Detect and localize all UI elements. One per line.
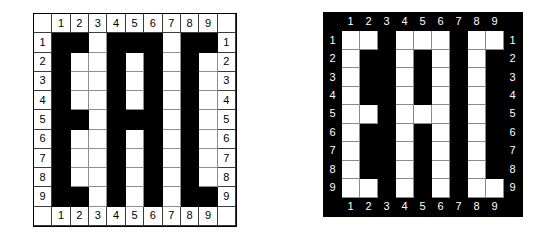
left-board-cell-r2c4-black[interactable]	[107, 53, 125, 72]
left-board-row-label-left-7: 7	[34, 149, 52, 168]
right-board-cell-r7c9-black[interactable]	[486, 142, 504, 160]
right-board-cell-r4c5-black[interactable]	[414, 87, 432, 105]
right-board-cell-r9c3-black[interactable]	[378, 179, 396, 197]
left-board-col-label-bottom-6: 6	[144, 207, 162, 226]
right-board-cell-r6c4-white[interactable]	[396, 124, 414, 142]
left-board-cell-r8c2-white[interactable]	[71, 168, 89, 187]
left-board-cell-r1c9-black[interactable]	[199, 33, 217, 52]
left-board-cell-r4c3-white[interactable]	[89, 91, 107, 110]
right-board-row-label-right-8: 8	[504, 161, 522, 179]
left-board-cell-r6c5-white[interactable]	[126, 130, 144, 149]
right-board-cell-r7c5-black[interactable]	[414, 142, 432, 160]
left-board-cell-r3c3-white[interactable]	[89, 72, 107, 91]
right-board-cell-r1c8-white[interactable]	[468, 31, 486, 49]
left-board-col-label-top-5: 5	[126, 14, 144, 33]
right-board-corner-bottom-left	[324, 198, 342, 216]
left-board-cell-r6c7-white[interactable]	[163, 130, 181, 149]
right-board-cell-r4c4-white[interactable]	[396, 87, 414, 105]
left-board-cell-r3c1-black[interactable]	[52, 72, 70, 91]
left-board-cell-r3c4-black[interactable]	[107, 72, 125, 91]
right-board-cell-r3c8-white[interactable]	[468, 68, 486, 86]
left-board-corner-bottom-right	[218, 207, 236, 226]
left-board-cell-r7c5-white[interactable]	[126, 149, 144, 168]
right-board-row-label-left-2: 2	[324, 50, 342, 68]
right-board-cell-r5c9-black[interactable]	[486, 105, 504, 123]
right-board-row-label-right-7: 7	[504, 142, 522, 160]
left-board-row-label-right-8: 8	[218, 168, 236, 187]
right-board-cell-r9c4-white[interactable]	[396, 179, 414, 197]
left-board-row-label-right-4: 4	[218, 91, 236, 110]
right-board-cell-r2c3-black[interactable]	[378, 50, 396, 68]
right-board-cell-r2c5-black[interactable]	[414, 50, 432, 68]
left-board-corner-bottom-left	[34, 207, 52, 226]
right-board-cell-r4c6-white[interactable]	[432, 87, 450, 105]
left-board-cell-r5c9-white[interactable]	[199, 110, 217, 129]
right-board-cell-r9c1-white[interactable]	[342, 179, 360, 197]
right-board-cell-r5c2-white[interactable]	[360, 105, 378, 123]
right-board-row-label-left-3: 3	[324, 68, 342, 86]
left-board-row-label-right-3: 3	[218, 72, 236, 91]
left-board-col-label-top-1: 1	[52, 14, 70, 33]
right-board-cell-r5c5-white[interactable]	[414, 105, 432, 123]
left-board-col-label-bottom-5: 5	[126, 207, 144, 226]
right-board-cell-r1c9-white[interactable]	[486, 31, 504, 49]
left-board-cell-r4c5-white[interactable]	[126, 91, 144, 110]
right-board-cell-r5c7-black[interactable]	[450, 105, 468, 123]
right-board-cell-r6c7-black[interactable]	[450, 124, 468, 142]
left-board-cell-r1c4-black[interactable]	[107, 33, 125, 52]
left-board-row-label-left-5: 5	[34, 110, 52, 129]
left-board-cell-r4c6-black[interactable]	[144, 91, 162, 110]
right-board-cell-r7c2-black[interactable]	[360, 142, 378, 160]
left-board-cell-r2c8-black[interactable]	[181, 53, 199, 72]
left-board-cell-r6c4-black[interactable]	[107, 130, 125, 149]
right-board-cell-r9c9-white[interactable]	[486, 179, 504, 197]
left-board-cell-r6c3-white[interactable]	[89, 130, 107, 149]
right-board-col-label-top-6: 6	[432, 13, 450, 31]
right-board-cell-r6c9-black[interactable]	[486, 124, 504, 142]
right-board-cell-r7c8-white[interactable]	[468, 142, 486, 160]
left-board-cell-r8c3-white[interactable]	[89, 168, 107, 187]
right-board-cell-r8c9-black[interactable]	[486, 161, 504, 179]
right-board-row-label-right-3: 3	[504, 68, 522, 86]
right-board-cell-r2c2-black[interactable]	[360, 50, 378, 68]
left-board-cell-r1c7-white[interactable]	[163, 33, 181, 52]
right-board-cell-r5c6-white[interactable]	[432, 105, 450, 123]
left-board-cell-r5c2-black[interactable]	[71, 110, 89, 129]
left-board-cell-r5c3-white[interactable]	[89, 110, 107, 129]
left-board-row-label-left-4: 4	[34, 91, 52, 110]
left-board-cell-r6c6-black[interactable]	[144, 130, 162, 149]
right-board-row-label-left-7: 7	[324, 142, 342, 160]
left-board-cell-r4c8-black[interactable]	[181, 91, 199, 110]
left-grid-positive-eac: 123456789112233445566778899123456789	[33, 13, 237, 227]
left-board-cell-r9c8-black[interactable]	[181, 187, 199, 206]
right-board-cell-r4c2-black[interactable]	[360, 87, 378, 105]
left-board-cell-r8c8-black[interactable]	[181, 168, 199, 187]
right-board-cell-r7c4-white[interactable]	[396, 142, 414, 160]
right-board-col-label-top-2: 2	[360, 13, 378, 31]
right-board-col-label-bottom-2: 2	[360, 198, 378, 216]
right-board-cell-r9c5-black[interactable]	[414, 179, 432, 197]
left-board-col-label-top-4: 4	[107, 14, 125, 33]
left-board-cell-r5c6-black[interactable]	[144, 110, 162, 129]
left-board-cell-r2c2-white[interactable]	[71, 53, 89, 72]
left-board-col-label-bottom-3: 3	[89, 207, 107, 226]
right-board-cell-r7c3-black[interactable]	[378, 142, 396, 160]
right-board-cell-r6c8-white[interactable]	[468, 124, 486, 142]
right-board-cell-r7c7-black[interactable]	[450, 142, 468, 160]
left-board-row-label-right-1: 1	[218, 33, 236, 52]
left-board-cell-r5c5-black[interactable]	[126, 110, 144, 129]
right-board-cell-r2c4-white[interactable]	[396, 50, 414, 68]
right-board-row-label-left-8: 8	[324, 161, 342, 179]
left-board-cell-r3c6-black[interactable]	[144, 72, 162, 91]
right-board-cell-r8c1-white[interactable]	[342, 161, 360, 179]
right-board-cell-r3c2-black[interactable]	[360, 68, 378, 86]
right-board-col-label-top-5: 5	[414, 13, 432, 31]
left-board-cell-r9c6-black[interactable]	[144, 187, 162, 206]
left-board-col-label-top-3: 3	[89, 14, 107, 33]
right-board-cell-r1c4-white[interactable]	[396, 31, 414, 49]
left-board-cell-r8c4-black[interactable]	[107, 168, 125, 187]
left-board-cell-r3c8-black[interactable]	[181, 72, 199, 91]
left-board-cell-r7c8-black[interactable]	[181, 149, 199, 168]
left-board-row-label-left-3: 3	[34, 72, 52, 91]
left-board-cell-r3c7-white[interactable]	[163, 72, 181, 91]
left-board-cell-r7c7-white[interactable]	[163, 149, 181, 168]
left-board-col-label-top-7: 7	[163, 14, 181, 33]
right-board-cell-r8c2-black[interactable]	[360, 161, 378, 179]
right-board-col-label-top-7: 7	[450, 13, 468, 31]
left-board-row-label-left-2: 2	[34, 53, 52, 72]
left-board-cell-r7c1-black[interactable]	[52, 149, 70, 168]
left-board-cell-r8c7-white[interactable]	[163, 168, 181, 187]
right-board-cell-r5c1-white[interactable]	[342, 105, 360, 123]
left-board-cell-r9c9-black[interactable]	[199, 187, 217, 206]
right-board-col-label-bottom-7: 7	[450, 198, 468, 216]
left-board-cell-r7c3-white[interactable]	[89, 149, 107, 168]
right-board-cell-r1c7-black[interactable]	[450, 31, 468, 49]
right-board-cell-r8c6-white[interactable]	[432, 161, 450, 179]
left-board-cell-r1c8-black[interactable]	[181, 33, 199, 52]
right-board-col-label-top-4: 4	[396, 13, 414, 31]
right-board-cell-r5c4-white[interactable]	[396, 105, 414, 123]
left-board-cell-r2c7-white[interactable]	[163, 53, 181, 72]
left-board-cell-r1c3-white[interactable]	[89, 33, 107, 52]
right-board-cell-r8c7-black[interactable]	[450, 161, 468, 179]
right-board-cell-r4c9-black[interactable]	[486, 87, 504, 105]
left-board-cell-r9c2-black[interactable]	[71, 187, 89, 206]
left-board-row-label-left-1: 1	[34, 33, 52, 52]
left-board-col-label-top-6: 6	[144, 14, 162, 33]
left-board-cell-r5c4-black[interactable]	[107, 110, 125, 129]
left-board-col-label-bottom-9: 9	[199, 207, 217, 226]
left-board-cell-r4c1-black[interactable]	[52, 91, 70, 110]
left-board-cell-r4c9-white[interactable]	[199, 91, 217, 110]
left-board-cell-r2c6-black[interactable]	[144, 53, 162, 72]
left-board-cell-r5c7-white[interactable]	[163, 110, 181, 129]
right-board-row-label-right-4: 4	[504, 87, 522, 105]
left-board-cell-r4c2-white[interactable]	[71, 91, 89, 110]
right-board-col-label-bottom-4: 4	[396, 198, 414, 216]
left-board-cell-r7c9-white[interactable]	[199, 149, 217, 168]
left-board-cell-r2c9-white[interactable]	[199, 53, 217, 72]
left-board-cell-r6c8-black[interactable]	[181, 130, 199, 149]
right-board-cell-r5c8-white[interactable]	[468, 105, 486, 123]
right-board-cell-r9c2-white[interactable]	[360, 179, 378, 197]
left-board-cell-r4c7-white[interactable]	[163, 91, 181, 110]
left-board-cell-r5c8-black[interactable]	[181, 110, 199, 129]
left-board-cell-r8c1-black[interactable]	[52, 168, 70, 187]
right-board-cell-r7c1-white[interactable]	[342, 142, 360, 160]
right-board-cell-r1c6-white[interactable]	[432, 31, 450, 49]
left-board-cell-r6c2-white[interactable]	[71, 130, 89, 149]
left-board-cell-r3c2-white[interactable]	[71, 72, 89, 91]
right-board-cell-r3c4-white[interactable]	[396, 68, 414, 86]
right-board-cell-r2c7-black[interactable]	[450, 50, 468, 68]
right-board-cell-r2c1-white[interactable]	[342, 50, 360, 68]
left-board-cell-r9c4-black[interactable]	[107, 187, 125, 206]
left-board-cell-r5c1-black[interactable]	[52, 110, 70, 129]
right-board-col-label-top-8: 8	[468, 13, 486, 31]
right-board-cell-r8c3-black[interactable]	[378, 161, 396, 179]
left-board-cell-r6c1-black[interactable]	[52, 130, 70, 149]
right-board-row-label-left-5: 5	[324, 105, 342, 123]
right-board-row-label-left-1: 1	[324, 31, 342, 49]
left-board-cell-r9c7-white[interactable]	[163, 187, 181, 206]
right-board-cell-r9c6-white[interactable]	[432, 179, 450, 197]
right-board-row-label-right-2: 2	[504, 50, 522, 68]
left-board-cell-r2c5-white[interactable]	[126, 53, 144, 72]
right-board-cell-r6c1-white[interactable]	[342, 124, 360, 142]
right-board-row-label-right-6: 6	[504, 124, 522, 142]
right-board-cell-r2c8-white[interactable]	[468, 50, 486, 68]
left-board-cell-r6c9-white[interactable]	[199, 130, 217, 149]
right-board-cell-r6c3-black[interactable]	[378, 124, 396, 142]
page-canvas: 123456789112233445566778899123456789 123…	[0, 0, 552, 244]
right-board-row-label-right-5: 5	[504, 105, 522, 123]
right-board-cell-r4c7-black[interactable]	[450, 87, 468, 105]
right-board-cell-r4c8-white[interactable]	[468, 87, 486, 105]
left-board-row-label-right-2: 2	[218, 53, 236, 72]
right-board-cell-r1c5-white[interactable]	[414, 31, 432, 49]
right-board-cell-r2c9-black[interactable]	[486, 50, 504, 68]
right-board-col-label-bottom-3: 3	[378, 198, 396, 216]
left-board-cell-r3c5-white[interactable]	[126, 72, 144, 91]
right-board-corner-top-left	[324, 13, 342, 31]
right-board-cell-r6c6-white[interactable]	[432, 124, 450, 142]
left-board-cell-r2c1-black[interactable]	[52, 53, 70, 72]
right-board-row-label-right-9: 9	[504, 179, 522, 197]
left-board-cell-r1c5-black[interactable]	[126, 33, 144, 52]
right-board-row-label-left-9: 9	[324, 179, 342, 197]
left-board-cell-r7c2-white[interactable]	[71, 149, 89, 168]
left-board-row-label-right-6: 6	[218, 130, 236, 149]
right-board-cell-r3c6-white[interactable]	[432, 68, 450, 86]
left-board-col-label-top-9: 9	[199, 14, 217, 33]
left-board-col-label-top-8: 8	[181, 14, 199, 33]
right-board-cell-r3c3-black[interactable]	[378, 68, 396, 86]
right-board-cell-r4c3-black[interactable]	[378, 87, 396, 105]
left-board-cell-r8c6-black[interactable]	[144, 168, 162, 187]
left-board-col-label-top-2: 2	[71, 14, 89, 33]
left-board-cell-r4c4-black[interactable]	[107, 91, 125, 110]
right-board-cell-r7c6-white[interactable]	[432, 142, 450, 160]
right-board-cell-r3c5-black[interactable]	[414, 68, 432, 86]
right-board-cell-r3c1-white[interactable]	[342, 68, 360, 86]
right-board-cell-r6c5-black[interactable]	[414, 124, 432, 142]
right-board-cell-r1c2-white[interactable]	[360, 31, 378, 49]
left-board-cell-r7c6-black[interactable]	[144, 149, 162, 168]
right-board-corner-top-right	[504, 13, 522, 31]
right-board-cell-r8c4-white[interactable]	[396, 161, 414, 179]
right-board-col-label-top-1: 1	[342, 13, 360, 31]
left-board-cell-r1c2-black[interactable]	[71, 33, 89, 52]
left-board-row-label-left-6: 6	[34, 130, 52, 149]
right-board-row-label-left-6: 6	[324, 124, 342, 142]
left-board-col-label-bottom-7: 7	[163, 207, 181, 226]
left-board-col-label-bottom-4: 4	[107, 207, 125, 226]
left-board-cell-r8c5-white[interactable]	[126, 168, 144, 187]
right-board-cell-r6c2-black[interactable]	[360, 124, 378, 142]
left-board-row-label-right-7: 7	[218, 149, 236, 168]
left-board-corner-top-left	[34, 14, 52, 33]
left-board-cell-r1c1-black[interactable]	[52, 33, 70, 52]
left-board-cell-r1c6-black[interactable]	[144, 33, 162, 52]
left-board-corner-top-right	[218, 14, 236, 33]
right-board-col-label-bottom-1: 1	[342, 198, 360, 216]
left-board-cell-r3c9-white[interactable]	[199, 72, 217, 91]
left-board-cell-r2c3-white[interactable]	[89, 53, 107, 72]
right-board-cell-r2c6-white[interactable]	[432, 50, 450, 68]
left-board-cell-r8c9-white[interactable]	[199, 168, 217, 187]
right-board-col-label-top-9: 9	[486, 13, 504, 31]
right-board-row-label-right-1: 1	[504, 31, 522, 49]
right-board-col-label-bottom-5: 5	[414, 198, 432, 216]
right-board-col-label-bottom-9: 9	[486, 198, 504, 216]
right-board-cell-r9c7-black[interactable]	[450, 179, 468, 197]
right-board-cell-r1c1-white[interactable]	[342, 31, 360, 49]
right-board-cell-r9c8-white[interactable]	[468, 179, 486, 197]
right-board-cell-r3c7-black[interactable]	[450, 68, 468, 86]
left-board-row-label-right-5: 5	[218, 110, 236, 129]
right-board-corner-bottom-right	[504, 198, 522, 216]
right-board-col-label-top-3: 3	[378, 13, 396, 31]
left-board-col-label-bottom-1: 1	[52, 207, 70, 226]
left-board-row-label-left-8: 8	[34, 168, 52, 187]
left-board-cell-r7c4-black[interactable]	[107, 149, 125, 168]
left-board-cell-r9c3-white[interactable]	[89, 187, 107, 206]
right-board-col-label-bottom-8: 8	[468, 198, 486, 216]
right-board-cell-r1c3-black[interactable]	[378, 31, 396, 49]
left-board-col-label-bottom-8: 8	[181, 207, 199, 226]
left-board-row-label-left-9: 9	[34, 187, 52, 206]
right-board-cell-r5c3-black[interactable]	[378, 105, 396, 123]
right-board-col-label-bottom-6: 6	[432, 198, 450, 216]
left-board-cell-r9c5-white[interactable]	[126, 187, 144, 206]
right-grid-negative-eac: 123456789112233445566778899123456789	[323, 12, 523, 217]
right-board-cell-r8c8-white[interactable]	[468, 161, 486, 179]
left-board-col-label-bottom-2: 2	[71, 207, 89, 226]
right-board-cell-r4c1-white[interactable]	[342, 87, 360, 105]
right-board-cell-r3c9-black[interactable]	[486, 68, 504, 86]
left-board-row-label-right-9: 9	[218, 187, 236, 206]
right-board-row-label-left-4: 4	[324, 87, 342, 105]
right-board-cell-r8c5-black[interactable]	[414, 161, 432, 179]
left-board-cell-r9c1-black[interactable]	[52, 187, 70, 206]
